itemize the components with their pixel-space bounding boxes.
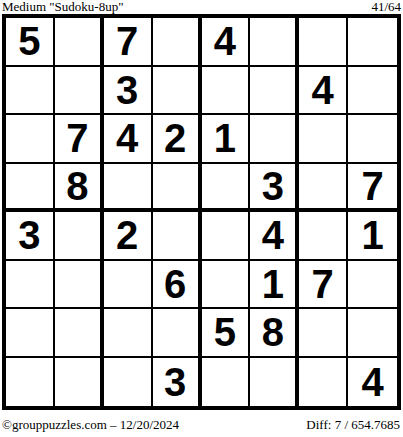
cell-r5c6[interactable]: 4 (250, 212, 299, 261)
cell-r6c5[interactable] (202, 261, 251, 310)
cell-r8c4[interactable]: 3 (153, 358, 202, 407)
cell-r7c2[interactable] (55, 309, 104, 358)
cell-r8c1[interactable] (6, 358, 55, 407)
cell-r1c1[interactable]: 5 (6, 18, 55, 67)
cell-r6c2[interactable] (55, 261, 104, 310)
cell-r4c8[interactable]: 7 (348, 164, 397, 213)
cell-r2c5[interactable] (202, 67, 251, 116)
cell-r4c7[interactable] (299, 164, 348, 213)
cell-r8c3[interactable] (104, 358, 153, 407)
cell-r5c8[interactable]: 1 (348, 212, 397, 261)
cell-r8c5[interactable] (202, 358, 251, 407)
cell-r6c8[interactable] (348, 261, 397, 310)
cell-r3c6[interactable] (250, 115, 299, 164)
cell-r1c5[interactable]: 4 (202, 18, 251, 67)
cell-r7c3[interactable] (104, 309, 153, 358)
cell-r7c5[interactable]: 5 (202, 309, 251, 358)
cell-r1c2[interactable] (55, 18, 104, 67)
sudoku-board: 57434742183732416175834 (2, 14, 401, 410)
cell-r2c7[interactable]: 4 (299, 67, 348, 116)
cell-r4c6[interactable]: 3 (250, 164, 299, 213)
cell-r7c8[interactable] (348, 309, 397, 358)
cell-r6c6[interactable]: 1 (250, 261, 299, 310)
cell-r2c6[interactable] (250, 67, 299, 116)
cell-r5c5[interactable] (202, 212, 251, 261)
cell-r1c7[interactable] (299, 18, 348, 67)
cell-r4c5[interactable] (202, 164, 251, 213)
progress-counter: 41/64 (371, 0, 401, 14)
cell-r5c7[interactable] (299, 212, 348, 261)
cell-r2c8[interactable] (348, 67, 397, 116)
cell-r1c4[interactable] (153, 18, 202, 67)
cell-r5c4[interactable] (153, 212, 202, 261)
cell-r8c8[interactable]: 4 (348, 358, 397, 407)
header: Medium "Sudoku-8up" 41/64 (0, 0, 403, 14)
cell-r8c6[interactable] (250, 358, 299, 407)
cell-r3c3[interactable]: 4 (104, 115, 153, 164)
cell-r8c2[interactable] (55, 358, 104, 407)
cell-r3c5[interactable]: 1 (202, 115, 251, 164)
copyright-text: ©grouppuzzles.com – 12/20/2024 (2, 417, 179, 432)
cell-r1c6[interactable] (250, 18, 299, 67)
cell-r3c4[interactable]: 2 (153, 115, 202, 164)
difficulty-text: Diff: 7 / 654.7685 (306, 417, 400, 432)
cell-r6c1[interactable] (6, 261, 55, 310)
cell-r7c7[interactable] (299, 309, 348, 358)
cell-r5c1[interactable]: 3 (6, 212, 55, 261)
cell-r3c2[interactable]: 7 (55, 115, 104, 164)
cell-r2c3[interactable]: 3 (104, 67, 153, 116)
cell-r8c7[interactable] (299, 358, 348, 407)
cell-r4c2[interactable]: 8 (55, 164, 104, 213)
cell-r1c8[interactable] (348, 18, 397, 67)
cell-r4c1[interactable] (6, 164, 55, 213)
cell-r3c1[interactable] (6, 115, 55, 164)
cell-r7c6[interactable]: 8 (250, 309, 299, 358)
cell-r7c1[interactable] (6, 309, 55, 358)
cell-r6c3[interactable] (104, 261, 153, 310)
cell-r1c3[interactable]: 7 (104, 18, 153, 67)
cell-r5c2[interactable] (55, 212, 104, 261)
puzzle-title: Medium "Sudoku-8up" (2, 0, 123, 14)
cell-r6c7[interactable]: 7 (299, 261, 348, 310)
puzzle-page: Medium "Sudoku-8up" 41/64 57434742183732… (0, 0, 403, 432)
footer: ©grouppuzzles.com – 12/20/2024 Diff: 7 /… (0, 417, 403, 432)
cell-r4c3[interactable] (104, 164, 153, 213)
cell-r5c3[interactable]: 2 (104, 212, 153, 261)
cell-r2c2[interactable] (55, 67, 104, 116)
cell-r7c4[interactable] (153, 309, 202, 358)
cell-r6c4[interactable]: 6 (153, 261, 202, 310)
cell-r3c7[interactable] (299, 115, 348, 164)
cell-r2c1[interactable] (6, 67, 55, 116)
cell-r3c8[interactable] (348, 115, 397, 164)
cell-r2c4[interactable] (153, 67, 202, 116)
cell-r4c4[interactable] (153, 164, 202, 213)
